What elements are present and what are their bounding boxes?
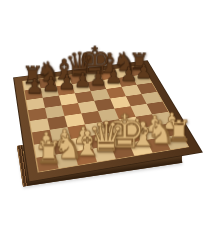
chess-board: ♜♞♝♛♚♝♞♜♟♟♟♟♟♟♟♟♟♟♟♟♟♟♟♟♜♞♝♛♚♝♞♜	[14, 61, 201, 182]
square-c5	[62, 103, 82, 116]
piece-white-rook: ♜	[35, 137, 62, 167]
board-scene: ♜♞♝♛♚♝♞♜♟♟♟♟♟♟♟♟♟♟♟♟♟♟♟♟♜♞♝♛♚♝♞♜	[0, 0, 206, 240]
chess-set-product-photo: ♜♞♝♛♚♝♞♜♟♟♟♟♟♟♟♟♟♟♟♟♟♟♟♟♜♞♝♛♚♝♞♜	[0, 0, 206, 240]
